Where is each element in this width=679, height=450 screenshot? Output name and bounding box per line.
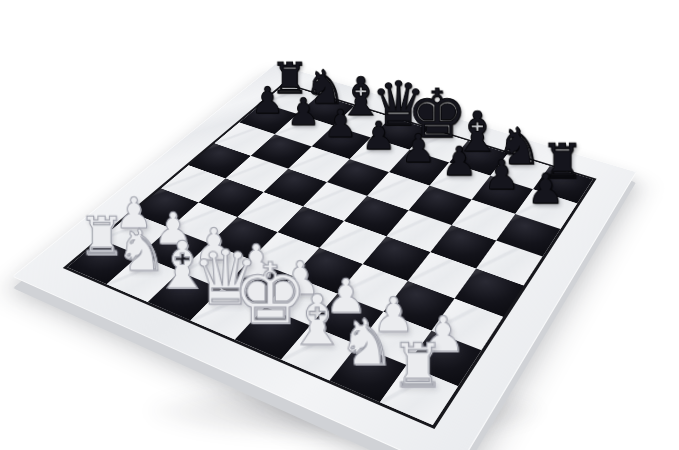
square-h1[interactable]: ♜ — [379, 365, 457, 425]
product-photo-stage: ♜♞♝♛♚♝♞♜♟♟♟♟♟♟♟♟♟♟♟♟♟♟♟♟♜♞♝♛♚♝♞♜ — [0, 0, 679, 450]
marble-slab: ♜♞♝♛♚♝♞♜♟♟♟♟♟♟♟♟♟♟♟♟♟♟♟♟♜♞♝♛♚♝♞♜ — [11, 64, 636, 450]
pawn-glyph: ♟ — [486, 169, 604, 210]
board-scene: ♜♞♝♛♚♝♞♜♟♟♟♟♟♟♟♟♟♟♟♟♟♟♟♟♜♞♝♛♚♝♞♜ — [0, 0, 679, 450]
square-f5[interactable] — [386, 210, 451, 252]
chess-board: ♜♞♝♛♚♝♞♜♟♟♟♟♟♟♟♟♟♟♟♟♟♟♟♟♜♞♝♛♚♝♞♜ — [67, 84, 593, 425]
rook-glyph: ♜ — [344, 336, 489, 397]
